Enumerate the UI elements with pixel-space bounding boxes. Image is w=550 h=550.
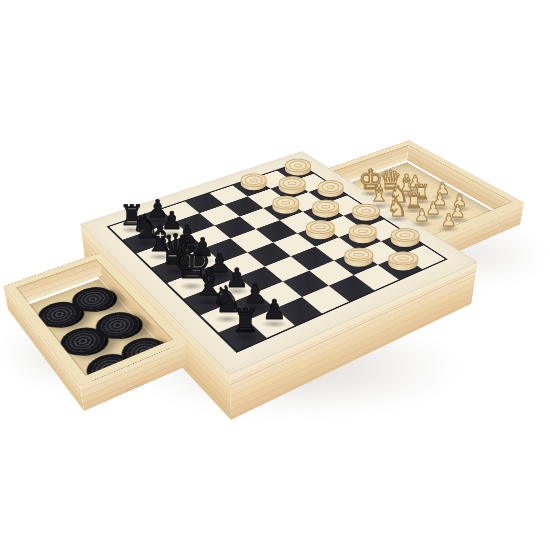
board-square[interactable] <box>247 308 295 338</box>
board-square[interactable] <box>218 320 266 351</box>
board-square[interactable] <box>200 303 247 332</box>
board-square[interactable] <box>195 262 239 287</box>
board-square[interactable] <box>378 255 423 280</box>
board-square[interactable] <box>152 258 195 283</box>
board-square[interactable] <box>309 261 354 286</box>
board-square[interactable] <box>283 271 328 297</box>
board-square[interactable] <box>247 243 290 267</box>
board-square[interactable] <box>334 251 378 275</box>
board-square[interactable] <box>358 241 401 265</box>
board-square[interactable] <box>275 297 322 326</box>
board-square[interactable] <box>239 266 283 292</box>
board-square[interactable] <box>290 247 333 271</box>
board-square[interactable] <box>302 286 348 314</box>
board-square[interactable] <box>328 275 374 302</box>
board-square[interactable] <box>256 281 302 308</box>
board-square[interactable] <box>353 265 398 291</box>
board-square[interactable] <box>137 244 179 268</box>
board-square[interactable] <box>265 256 309 281</box>
product-photo-scene: ♟︎♚︎♛︎♝︎♟︎♜︎♝︎♞︎♟︎♟︎♜︎♟︎♞︎♟︎♟︎♟︎♟︎♜︎♟︎♞︎… <box>0 0 550 550</box>
board-square[interactable] <box>183 287 229 315</box>
board-square[interactable] <box>167 272 211 298</box>
board-square[interactable] <box>229 292 275 320</box>
board-square[interactable] <box>179 248 222 272</box>
board-square[interactable] <box>401 245 445 269</box>
board-square[interactable] <box>222 252 265 277</box>
board-square[interactable] <box>211 277 256 304</box>
